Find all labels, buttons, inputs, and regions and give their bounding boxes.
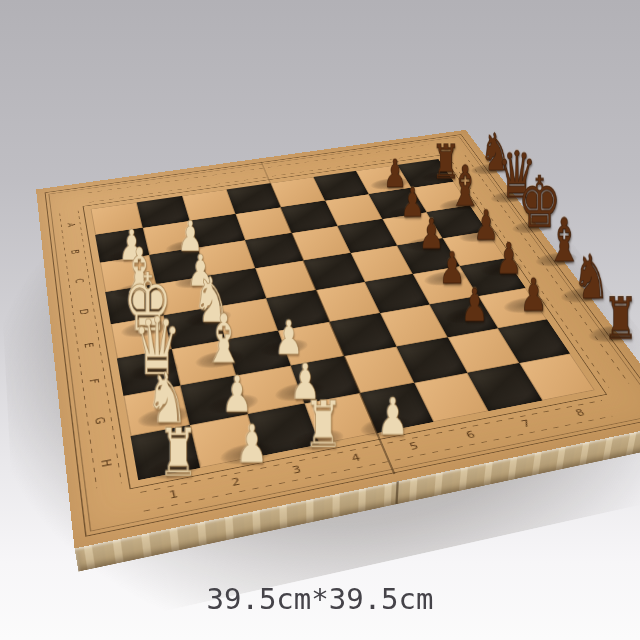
brown-rook-glyph: ♜ (602, 292, 637, 347)
light-pawn-glyph: ♟ (221, 371, 252, 419)
fold-seam-front-side (395, 481, 398, 504)
size-caption: 39.5cm*39.5cm (0, 582, 640, 616)
brown-pawn-glyph: ♟ (519, 274, 547, 317)
product-photo: ABCDEFGH 12345678 ♟♜♞♟♟♟♝♛♝♟♟♟♚♚♞♟♟♝♛♝♟♟… (0, 0, 640, 640)
photo-scene: ABCDEFGH 12345678 ♟♜♞♟♟♟♝♛♝♟♟♟♚♚♞♟♟♝♛♝♟♟… (0, 0, 640, 640)
brown-pawn-glyph: ♟ (460, 284, 488, 328)
light-bishop-glyph: ♝ (203, 308, 245, 373)
light-rook-glyph: ♜ (158, 421, 199, 484)
light-pawn-glyph: ♟ (235, 419, 268, 470)
light-rook-glyph: ♜ (303, 394, 342, 455)
brown-pawn-glyph: ♟ (495, 238, 521, 279)
light-pawn-glyph: ♟ (377, 393, 409, 442)
chess-board-3d: ABCDEFGH 12345678 ♟♜♞♟♟♟♝♛♝♟♟♟♚♚♞♟♟♝♛♝♟♟… (36, 130, 640, 549)
